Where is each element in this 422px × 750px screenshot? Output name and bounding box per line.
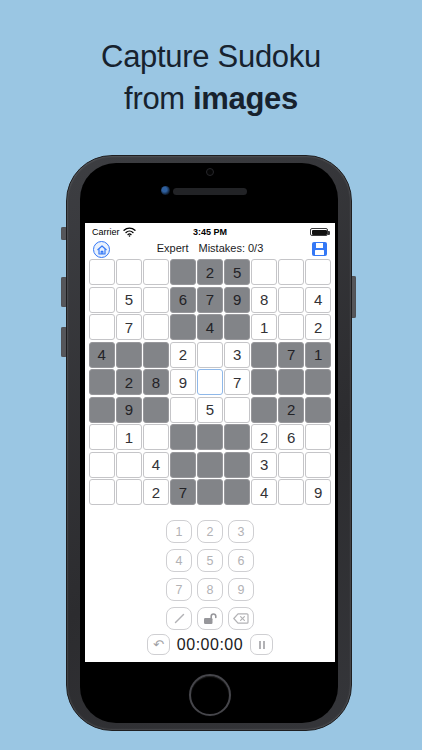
cell-r9c3[interactable]: 2 (143, 479, 169, 505)
cell-r7c4[interactable] (170, 424, 196, 450)
battery-icon (310, 228, 328, 236)
mistakes-label: Mistakes: 0/3 (198, 242, 263, 254)
unlock-icon (203, 612, 217, 625)
cell-r2c2[interactable]: 5 (116, 287, 142, 313)
cell-r7c6[interactable] (224, 424, 250, 450)
erase-button[interactable] (228, 607, 254, 630)
cell-r8c3[interactable]: 4 (143, 452, 169, 478)
cell-r7c1[interactable] (89, 424, 115, 450)
numpad-7-button[interactable]: 7 (166, 578, 192, 601)
cell-r4c4[interactable]: 2 (170, 342, 196, 368)
cell-r1c2[interactable] (116, 259, 142, 285)
cell-r1c9[interactable] (305, 259, 331, 285)
phone-bezel: Carrier 3:45 PM (80, 163, 338, 723)
cell-r1c1[interactable] (89, 259, 115, 285)
status-time: 3:45 PM (85, 227, 335, 237)
cell-r6c2[interactable]: 9 (116, 397, 142, 423)
game-toolbar: Expert Mistakes: 0/3 (85, 241, 335, 260)
numpad-8-button[interactable]: 8 (197, 578, 223, 601)
cell-r2c1[interactable] (89, 287, 115, 313)
cell-r9c2[interactable] (116, 479, 142, 505)
earpiece-speaker (173, 188, 247, 195)
cell-r1c4[interactable] (170, 259, 196, 285)
lock-button[interactable] (197, 607, 223, 630)
cell-r3c5[interactable]: 4 (197, 314, 223, 340)
title-line2-normal: from (124, 81, 185, 116)
numpad-3-button[interactable]: 3 (228, 520, 254, 543)
cell-r2c3[interactable] (143, 287, 169, 313)
cell-r2c5[interactable]: 7 (197, 287, 223, 313)
cell-r2c9[interactable]: 4 (305, 287, 331, 313)
cell-r7c5[interactable] (197, 424, 223, 450)
numpad-digits: 123456789 (166, 520, 254, 601)
title-line2-bold: images (193, 81, 298, 116)
cell-r8c9[interactable] (305, 452, 331, 478)
cell-r6c5[interactable]: 5 (197, 397, 223, 423)
bottom-controls: ↶ 00:00:00 (85, 634, 335, 655)
numpad-2-button[interactable]: 2 (197, 520, 223, 543)
cell-r1c7[interactable] (251, 259, 277, 285)
cell-r5c8[interactable] (278, 369, 304, 395)
cell-r5c9[interactable] (305, 369, 331, 395)
app-store-screenshot: Capture Sudoku fromimages Carrier (0, 0, 422, 750)
cell-r4c8[interactable]: 7 (278, 342, 304, 368)
difficulty-label: Expert (157, 242, 189, 254)
cell-r9c6[interactable] (224, 479, 250, 505)
numpad: 123456789 (85, 520, 335, 630)
cell-r8c1[interactable] (89, 452, 115, 478)
cell-r3c9[interactable]: 2 (305, 314, 331, 340)
status-bar: Carrier 3:45 PM (85, 223, 335, 241)
cell-r4c3[interactable] (143, 342, 169, 368)
title-line1: Capture Sudoku (101, 39, 321, 74)
backspace-icon (233, 613, 249, 624)
cell-r8c5[interactable] (197, 452, 223, 478)
cell-r8c2[interactable] (116, 452, 142, 478)
cell-r2c4[interactable]: 6 (170, 287, 196, 313)
cell-r9c1[interactable] (89, 479, 115, 505)
cell-r9c4[interactable]: 7 (170, 479, 196, 505)
cell-r5c4[interactable]: 9 (170, 369, 196, 395)
pencil-icon (173, 612, 186, 625)
cell-r2c8[interactable] (278, 287, 304, 313)
cell-r9c8[interactable] (278, 479, 304, 505)
cell-r3c3[interactable] (143, 314, 169, 340)
cell-r8c4[interactable] (170, 452, 196, 478)
cell-r7c8[interactable]: 6 (278, 424, 304, 450)
cell-r8c6[interactable] (224, 452, 250, 478)
numpad-tools (166, 607, 254, 630)
cell-r9c5[interactable] (197, 479, 223, 505)
cell-r5c1[interactable] (89, 369, 115, 395)
iphone-mockup: Carrier 3:45 PM (66, 155, 352, 731)
cell-r6c4[interactable] (170, 397, 196, 423)
cell-r7c7[interactable]: 2 (251, 424, 277, 450)
cell-r7c2[interactable]: 1 (116, 424, 142, 450)
cell-r8c8[interactable] (278, 452, 304, 478)
cell-r3c1[interactable] (89, 314, 115, 340)
cell-r6c9[interactable] (305, 397, 331, 423)
app-screen: Carrier 3:45 PM (85, 223, 335, 662)
proximity-sensor-icon (206, 168, 214, 176)
cell-r6c3[interactable] (143, 397, 169, 423)
cell-r9c9[interactable]: 9 (305, 479, 331, 505)
cell-r1c5[interactable]: 2 (197, 259, 223, 285)
cell-r5c2[interactable]: 2 (116, 369, 142, 395)
cell-r5c5[interactable] (197, 369, 223, 395)
cell-r8c7[interactable]: 3 (251, 452, 277, 478)
sudoku-grid: 255679847412423712897952126432749 (89, 259, 331, 505)
cell-r3c7[interactable]: 1 (251, 314, 277, 340)
cell-r2c6[interactable]: 9 (224, 287, 250, 313)
cell-r7c3[interactable] (143, 424, 169, 450)
cell-r3c2[interactable]: 7 (116, 314, 142, 340)
cell-r3c6[interactable] (224, 314, 250, 340)
numpad-4-button[interactable]: 4 (166, 549, 192, 572)
cell-r4c6[interactable]: 3 (224, 342, 250, 368)
pause-icon (259, 641, 265, 649)
cell-r2c7[interactable]: 8 (251, 287, 277, 313)
cell-r5c7[interactable] (251, 369, 277, 395)
home-button-ring (189, 674, 231, 716)
cell-r9c7[interactable]: 4 (251, 479, 277, 505)
timer: 00:00:00 (177, 636, 243, 654)
cell-r4c2[interactable] (116, 342, 142, 368)
cell-r3c4[interactable] (170, 314, 196, 340)
cell-r3c8[interactable] (278, 314, 304, 340)
front-camera-icon (161, 186, 170, 195)
cell-r6c1[interactable] (89, 397, 115, 423)
undo-button[interactable]: ↶ (147, 634, 170, 655)
cell-r7c9[interactable] (305, 424, 331, 450)
cell-r5c3[interactable]: 8 (143, 369, 169, 395)
save-button[interactable] (312, 242, 327, 256)
cell-r6c6[interactable] (224, 397, 250, 423)
cell-r1c6[interactable]: 5 (224, 259, 250, 285)
undo-icon: ↶ (153, 637, 164, 652)
numpad-1-button[interactable]: 1 (166, 520, 192, 543)
pause-button[interactable] (250, 634, 273, 655)
cell-r1c8[interactable] (278, 259, 304, 285)
pencil-button[interactable] (166, 607, 192, 630)
cell-r6c7[interactable] (251, 397, 277, 423)
cell-r6c8[interactable]: 2 (278, 397, 304, 423)
numpad-9-button[interactable]: 9 (228, 578, 254, 601)
cell-r4c1[interactable]: 4 (89, 342, 115, 368)
cell-r5c6[interactable]: 7 (224, 369, 250, 395)
cell-r4c5[interactable] (197, 342, 223, 368)
cell-r4c9[interactable]: 1 (305, 342, 331, 368)
page-title: Capture Sudoku fromimages (0, 36, 422, 120)
numpad-6-button[interactable]: 6 (228, 549, 254, 572)
cell-r1c3[interactable] (143, 259, 169, 285)
numpad-5-button[interactable]: 5 (197, 549, 223, 572)
cell-r4c7[interactable] (251, 342, 277, 368)
